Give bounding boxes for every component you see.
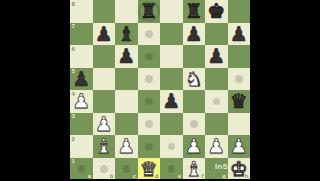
square-a6[interactable]: 6 [70,45,93,68]
square-d5[interactable] [138,68,161,91]
square-a5[interactable]: 5♟ [70,68,93,91]
square-e8[interactable] [160,0,183,23]
move-hint-dot [168,143,176,151]
square-a3[interactable]: 3 [70,113,93,136]
black-king[interactable]: ♚ [205,0,228,23]
square-f2[interactable]: ♟ [183,135,206,158]
square-a8[interactable]: 8 [70,0,93,23]
move-hint-dot [190,120,198,128]
square-e7[interactable] [160,23,183,46]
square-f1[interactable]: f♝ [183,158,206,181]
square-b6[interactable] [93,45,116,68]
square-c6[interactable]: ♟ [115,45,138,68]
black-pawn[interactable]: ♟ [93,23,116,46]
move-hint-dot [123,165,131,173]
white-pawn[interactable]: ♟ [70,90,93,113]
square-b1[interactable]: b [93,158,116,181]
white-queen[interactable]: ♛ [138,158,161,181]
square-d6[interactable] [138,45,161,68]
rank-label-6: 6 [72,46,75,52]
bottom-crop-edge [0,179,320,181]
square-f3[interactable] [183,113,206,136]
black-pawn[interactable]: ♟ [205,45,228,68]
rank-label-2: 2 [72,136,75,142]
black-rook[interactable]: ♜ [138,0,161,23]
video-frame: 8♜♜♚7♟♝♟♟6♟♟5♟♞4♟♟♛3♟2♝♟♟♟♟1abcd♛ef♝gh♚ … [0,0,320,180]
square-h7[interactable]: ♟ [228,23,251,46]
square-g5[interactable] [205,68,228,91]
square-b4[interactable] [93,90,116,113]
white-pawn[interactable]: ♟ [228,135,251,158]
square-f5[interactable]: ♞ [183,68,206,91]
square-e6[interactable] [160,45,183,68]
square-h5[interactable] [228,68,251,91]
white-pawn[interactable]: ♟ [183,135,206,158]
move-hint-dot [168,165,176,173]
white-bishop[interactable]: ♝ [93,135,116,158]
square-d1[interactable]: d♛ [138,158,161,181]
square-d3[interactable] [138,113,161,136]
black-queen[interactable]: ♛ [228,90,251,113]
white-pawn[interactable]: ♟ [93,113,116,136]
square-a4[interactable]: 4♟ [70,90,93,113]
black-pawn[interactable]: ♟ [160,90,183,113]
square-d4[interactable] [138,90,161,113]
square-c1[interactable]: c [115,158,138,181]
chess-board[interactable]: 8♜♜♚7♟♝♟♟6♟♟5♟♞4♟♟♛3♟2♝♟♟♟♟1abcd♛ef♝gh♚ [70,0,250,180]
square-e1[interactable]: e [160,158,183,181]
square-f7[interactable]: ♟ [183,23,206,46]
move-hint-dot [145,75,153,83]
square-b8[interactable] [93,0,116,23]
square-c5[interactable] [115,68,138,91]
rank-label-8: 8 [72,1,75,7]
square-e4[interactable]: ♟ [160,90,183,113]
square-e5[interactable] [160,68,183,91]
square-g2[interactable]: ♟ [205,135,228,158]
square-g4[interactable] [205,90,228,113]
move-hint-dot [145,143,153,151]
black-bishop[interactable]: ♝ [115,23,138,46]
square-h8[interactable] [228,0,251,23]
square-b3[interactable]: ♟ [93,113,116,136]
move-hint-dot [235,75,243,83]
square-g8[interactable]: ♚ [205,0,228,23]
square-b5[interactable] [93,68,116,91]
square-c2[interactable]: ♟ [115,135,138,158]
square-d8[interactable]: ♜ [138,0,161,23]
square-b7[interactable]: ♟ [93,23,116,46]
square-h4[interactable]: ♛ [228,90,251,113]
rank-label-3: 3 [72,113,75,119]
square-g6[interactable]: ♟ [205,45,228,68]
white-knight[interactable]: ♞ [183,68,206,91]
square-c8[interactable] [115,0,138,23]
move-hint-dot [145,53,153,61]
square-f4[interactable] [183,90,206,113]
black-pawn[interactable]: ♟ [228,23,251,46]
white-king[interactable]: ♚ [228,158,251,181]
square-c4[interactable] [115,90,138,113]
square-f8[interactable]: ♜ [183,0,206,23]
square-f6[interactable] [183,45,206,68]
left-letterbox-bar [0,0,70,180]
square-d2[interactable] [138,135,161,158]
white-pawn[interactable]: ♟ [205,135,228,158]
square-c7[interactable]: ♝ [115,23,138,46]
square-a2[interactable]: 2 [70,135,93,158]
square-g7[interactable] [205,23,228,46]
square-h1[interactable]: h♚ [228,158,251,181]
square-d7[interactable] [138,23,161,46]
right-letterbox-bar [250,0,320,180]
move-hint-dot [145,98,153,106]
square-c3[interactable] [115,113,138,136]
square-e3[interactable] [160,113,183,136]
rank-label-7: 7 [72,23,75,29]
square-e2[interactable] [160,135,183,158]
square-h6[interactable] [228,45,251,68]
square-a1[interactable]: 1a [70,158,93,181]
move-hint-dot [213,98,221,106]
square-b2[interactable]: ♝ [93,135,116,158]
black-rook[interactable]: ♜ [183,0,206,23]
move-hint-dot [145,30,153,38]
square-a7[interactable]: 7 [70,23,93,46]
move-hint-dot [145,120,153,128]
square-g3[interactable] [205,113,228,136]
white-bishop[interactable]: ♝ [183,158,206,181]
rank-label-1: 1 [72,158,75,164]
move-hint-dot [100,165,108,173]
move-hint-dot [78,165,86,173]
black-pawn[interactable]: ♟ [183,23,206,46]
square-h3[interactable] [228,113,251,136]
black-pawn[interactable]: ♟ [115,45,138,68]
watermark-text: InS [215,162,228,171]
black-pawn[interactable]: ♟ [70,68,93,91]
white-pawn[interactable]: ♟ [115,135,138,158]
square-h2[interactable]: ♟ [228,135,251,158]
